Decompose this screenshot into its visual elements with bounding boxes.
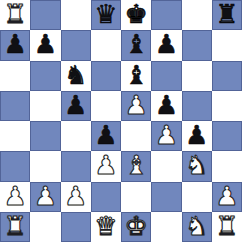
square-c3[interactable]: [61, 151, 91, 181]
square-c1[interactable]: [61, 212, 91, 242]
square-a2[interactable]: ♟: [0, 182, 30, 212]
square-d4[interactable]: ♟: [91, 121, 121, 151]
black-pawn[interactable]: ♟: [94, 122, 117, 148]
square-e7[interactable]: ♝: [121, 30, 151, 60]
square-c2[interactable]: ♟: [61, 182, 91, 212]
square-b6[interactable]: [30, 61, 60, 91]
square-f5[interactable]: ♟: [151, 91, 181, 121]
square-g6[interactable]: [182, 61, 212, 91]
square-e4[interactable]: [121, 121, 151, 151]
white-knight[interactable]: ♞: [185, 152, 208, 178]
square-g2[interactable]: [182, 182, 212, 212]
square-a7[interactable]: ♟: [0, 30, 30, 60]
square-a3[interactable]: [0, 151, 30, 181]
black-rook[interactable]: ♜: [215, 1, 238, 27]
square-b2[interactable]: ♟: [30, 182, 60, 212]
white-rook[interactable]: ♜: [215, 213, 238, 239]
square-b3[interactable]: [30, 151, 60, 181]
square-c7[interactable]: [61, 30, 91, 60]
square-f7[interactable]: ♟: [151, 30, 181, 60]
square-h5[interactable]: [212, 91, 242, 121]
white-pawn[interactable]: ♟: [64, 183, 87, 209]
square-g5[interactable]: [182, 91, 212, 121]
square-d7[interactable]: [91, 30, 121, 60]
white-pawn[interactable]: ♟: [155, 122, 178, 148]
white-king[interactable]: ♚: [124, 213, 147, 239]
square-h8[interactable]: ♜: [212, 0, 242, 30]
square-h4[interactable]: [212, 121, 242, 151]
square-f3[interactable]: [151, 151, 181, 181]
square-a1[interactable]: ♜: [0, 212, 30, 242]
black-knight[interactable]: ♞: [64, 62, 87, 88]
square-d2[interactable]: [91, 182, 121, 212]
square-g7[interactable]: [182, 30, 212, 60]
black-pawn[interactable]: ♟: [155, 31, 178, 57]
square-g1[interactable]: ♞: [182, 212, 212, 242]
square-b7[interactable]: ♟: [30, 30, 60, 60]
square-h7[interactable]: [212, 30, 242, 60]
white-pawn[interactable]: ♟: [215, 183, 238, 209]
white-bishop[interactable]: ♝: [124, 152, 147, 178]
square-e2[interactable]: [121, 182, 151, 212]
square-c4[interactable]: [61, 121, 91, 151]
square-e8[interactable]: ♚: [121, 0, 151, 30]
square-g8[interactable]: [182, 0, 212, 30]
black-bishop[interactable]: ♝: [124, 31, 147, 57]
square-b4[interactable]: [30, 121, 60, 151]
black-pawn[interactable]: ♟: [185, 122, 208, 148]
square-d1[interactable]: ♛: [91, 212, 121, 242]
square-f8[interactable]: [151, 0, 181, 30]
square-h6[interactable]: [212, 61, 242, 91]
white-rook[interactable]: ♜: [3, 1, 26, 27]
square-a4[interactable]: [0, 121, 30, 151]
square-d8[interactable]: ♛: [91, 0, 121, 30]
white-queen[interactable]: ♛: [94, 213, 117, 239]
square-b1[interactable]: [30, 212, 60, 242]
black-queen[interactable]: ♛: [94, 1, 117, 27]
black-pawn[interactable]: ♟: [155, 92, 178, 118]
square-f4[interactable]: ♟: [151, 121, 181, 151]
square-h1[interactable]: ♜: [212, 212, 242, 242]
black-bishop[interactable]: ♝: [124, 62, 147, 88]
white-rook[interactable]: ♜: [3, 213, 26, 239]
square-a8[interactable]: ♜: [0, 0, 30, 30]
square-f6[interactable]: [151, 61, 181, 91]
square-e1[interactable]: ♚: [121, 212, 151, 242]
chess-board: ♜♛♚♜♟♟♝♟♞♝♟♟♟♟♟♟♟♝♞♟♟♟♟♜♛♚♞♜: [0, 0, 242, 242]
white-pawn[interactable]: ♟: [124, 92, 147, 118]
square-e6[interactable]: ♝: [121, 61, 151, 91]
square-g3[interactable]: ♞: [182, 151, 212, 181]
white-pawn[interactable]: ♟: [94, 152, 117, 178]
black-king[interactable]: ♚: [124, 1, 147, 27]
black-pawn[interactable]: ♟: [3, 31, 26, 57]
square-d5[interactable]: [91, 91, 121, 121]
square-c8[interactable]: [61, 0, 91, 30]
square-e5[interactable]: ♟: [121, 91, 151, 121]
square-h3[interactable]: [212, 151, 242, 181]
square-a6[interactable]: [0, 61, 30, 91]
square-f1[interactable]: [151, 212, 181, 242]
square-c6[interactable]: ♞: [61, 61, 91, 91]
white-pawn[interactable]: ♟: [34, 183, 57, 209]
square-d3[interactable]: ♟: [91, 151, 121, 181]
square-b8[interactable]: [30, 0, 60, 30]
square-d6[interactable]: [91, 61, 121, 91]
square-b5[interactable]: [30, 91, 60, 121]
black-pawn[interactable]: ♟: [64, 92, 87, 118]
square-h2[interactable]: ♟: [212, 182, 242, 212]
square-a5[interactable]: [0, 91, 30, 121]
square-c5[interactable]: ♟: [61, 91, 91, 121]
square-f2[interactable]: [151, 182, 181, 212]
black-pawn[interactable]: ♟: [34, 31, 57, 57]
square-e3[interactable]: ♝: [121, 151, 151, 181]
white-knight[interactable]: ♞: [185, 213, 208, 239]
square-g4[interactable]: ♟: [182, 121, 212, 151]
white-pawn[interactable]: ♟: [3, 183, 26, 209]
